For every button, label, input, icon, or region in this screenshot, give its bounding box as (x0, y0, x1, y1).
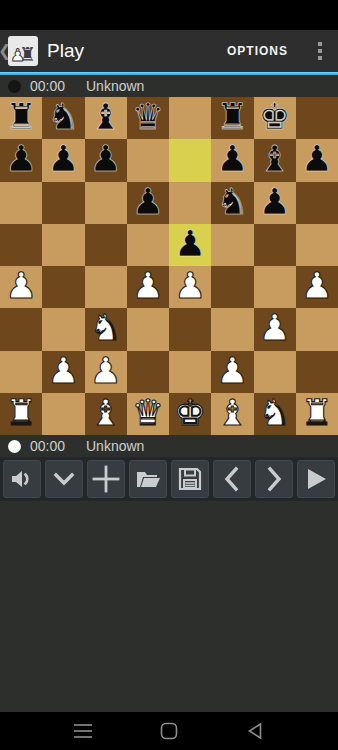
options-button[interactable]: OPTIONS (227, 44, 288, 58)
white-player-name: Unknown (86, 438, 144, 454)
square-a1[interactable]: ♜ (0, 393, 42, 435)
black-pawn: ♟ (174, 226, 206, 262)
black-knight: ♞ (216, 184, 248, 220)
white-pawn: ♟ (258, 310, 290, 346)
sound-button[interactable] (3, 460, 41, 498)
square-a2[interactable] (0, 351, 42, 393)
action-bar: ❮ ♟ ♜ Play OPTIONS (0, 30, 338, 72)
black-pawn: ♟ (47, 141, 79, 177)
square-h7[interactable]: ♟ (296, 139, 338, 181)
square-f8[interactable]: ♜ (211, 97, 253, 139)
white-rook: ♜ (5, 395, 37, 431)
white-knight: ♞ (89, 310, 121, 346)
square-c5[interactable] (85, 224, 127, 266)
square-a3[interactable] (0, 308, 42, 350)
square-g2[interactable] (254, 351, 296, 393)
white-player-dot (8, 440, 21, 453)
white-pawn: ♟ (301, 268, 333, 304)
black-pawn: ♟ (216, 141, 248, 177)
folder-open-icon (134, 465, 162, 493)
square-f5[interactable] (211, 224, 253, 266)
square-d6[interactable]: ♟ (127, 182, 169, 224)
menu-button[interactable] (71, 719, 95, 743)
chess-app-icon: ♟ ♜ (8, 36, 38, 66)
play-button[interactable] (297, 460, 335, 498)
square-f3[interactable] (211, 308, 253, 350)
black-player-dot (8, 80, 21, 93)
square-g7[interactable]: ♝ (254, 139, 296, 181)
square-a8[interactable]: ♜ (0, 97, 42, 139)
square-b7[interactable]: ♟ (42, 139, 84, 181)
square-c7[interactable]: ♟ (85, 139, 127, 181)
white-knight: ♞ (258, 395, 290, 431)
white-player-row: 00:00 Unknown (0, 435, 338, 457)
previous-move-button[interactable] (213, 460, 251, 498)
white-bishop: ♝ (89, 395, 121, 431)
square-b3[interactable] (42, 308, 84, 350)
square-e8[interactable] (169, 97, 211, 139)
white-pawn: ♟ (5, 268, 37, 304)
play-icon (303, 466, 329, 492)
square-f4[interactable] (211, 266, 253, 308)
square-g5[interactable] (254, 224, 296, 266)
square-c8[interactable]: ♝ (85, 97, 127, 139)
square-d8[interactable]: ♛ (127, 97, 169, 139)
back-button[interactable] (243, 719, 267, 743)
square-g8[interactable]: ♚ (254, 97, 296, 139)
square-f7[interactable]: ♟ (211, 139, 253, 181)
white-bishop: ♝ (216, 395, 248, 431)
home-button[interactable] (157, 719, 181, 743)
square-d1[interactable]: ♛ (127, 393, 169, 435)
open-button[interactable] (129, 460, 167, 498)
square-a7[interactable]: ♟ (0, 139, 42, 181)
white-pawn: ♟ (89, 353, 121, 389)
square-f2[interactable]: ♟ (211, 351, 253, 393)
phone-screen: ❮ ♟ ♜ Play OPTIONS 00:00 Unknown ♜♞♝♛♜♚♟… (0, 0, 338, 750)
square-h6[interactable] (296, 182, 338, 224)
empty-area (0, 501, 338, 712)
next-move-button[interactable] (255, 460, 293, 498)
white-pawn: ♟ (47, 353, 79, 389)
square-g3[interactable]: ♟ (254, 308, 296, 350)
square-g6[interactable]: ♟ (254, 182, 296, 224)
white-queen: ♛ (132, 395, 164, 431)
square-h3[interactable] (296, 308, 338, 350)
white-rook: ♜ (301, 395, 333, 431)
save-button[interactable] (171, 460, 209, 498)
toolbar (0, 457, 338, 501)
page-title: Play (47, 40, 227, 62)
white-clock: 00:00 (30, 438, 72, 454)
square-h8[interactable] (296, 97, 338, 139)
menu-icon (72, 723, 94, 739)
chess-board: ♜♞♝♛♜♚♟♟♟♟♝♟♟♞♟♟♟♟♟♟♞♟♟♟♟♜♝♛♚♝♞♜ (0, 97, 338, 435)
square-e3[interactable] (169, 308, 211, 350)
square-e2[interactable] (169, 351, 211, 393)
save-icon (177, 466, 203, 492)
white-pawn: ♟ (216, 353, 248, 389)
square-h1[interactable]: ♜ (296, 393, 338, 435)
square-e1[interactable]: ♚ (169, 393, 211, 435)
black-pawn: ♟ (301, 141, 333, 177)
black-rook: ♜ (5, 99, 37, 135)
square-h5[interactable] (296, 224, 338, 266)
black-bishop: ♝ (89, 99, 121, 135)
square-b6[interactable] (42, 182, 84, 224)
black-player-row: 00:00 Unknown (0, 75, 338, 97)
plus-icon (92, 465, 120, 493)
square-f6[interactable]: ♞ (211, 182, 253, 224)
black-rook-icon: ♜ (19, 45, 36, 64)
square-d2[interactable] (127, 351, 169, 393)
square-f1[interactable]: ♝ (211, 393, 253, 435)
square-c6[interactable] (85, 182, 127, 224)
square-c1[interactable]: ♝ (85, 393, 127, 435)
back-icon (245, 722, 265, 740)
square-a5[interactable] (0, 224, 42, 266)
chevron-down-icon (51, 466, 77, 492)
square-e7[interactable] (169, 139, 211, 181)
new-game-button[interactable] (87, 460, 125, 498)
square-c4[interactable] (85, 266, 127, 308)
square-b5[interactable] (42, 224, 84, 266)
square-b8[interactable]: ♞ (42, 97, 84, 139)
overflow-menu-icon[interactable] (314, 38, 326, 64)
square-c3[interactable]: ♞ (85, 308, 127, 350)
square-g1[interactable]: ♞ (254, 393, 296, 435)
collapse-button[interactable] (45, 460, 83, 498)
white-king: ♚ (174, 395, 206, 431)
square-e6[interactable] (169, 182, 211, 224)
home-icon (159, 721, 179, 741)
android-nav-bar (0, 712, 338, 750)
status-bar (0, 0, 338, 30)
square-e5[interactable]: ♟ (169, 224, 211, 266)
black-pawn: ♟ (258, 184, 290, 220)
black-knight: ♞ (47, 99, 79, 135)
black-king: ♚ (258, 99, 290, 135)
square-g4[interactable] (254, 266, 296, 308)
square-b2[interactable]: ♟ (42, 351, 84, 393)
back-chevron-icon[interactable]: ❮ (0, 30, 6, 72)
black-pawn: ♟ (132, 184, 164, 220)
square-d3[interactable] (127, 308, 169, 350)
white-pawn: ♟ (132, 268, 164, 304)
chevron-left-icon (219, 466, 245, 492)
white-pawn: ♟ (174, 268, 206, 304)
speaker-icon (9, 466, 35, 492)
black-bishop: ♝ (258, 141, 290, 177)
square-b1[interactable] (42, 393, 84, 435)
chevron-right-icon (261, 466, 287, 492)
black-pawn: ♟ (5, 141, 37, 177)
app-content: 00:00 Unknown ♜♞♝♛♜♚♟♟♟♟♝♟♟♞♟♟♟♟♟♟♞♟♟♟♟♜… (0, 75, 338, 712)
square-b4[interactable] (42, 266, 84, 308)
square-c2[interactable]: ♟ (85, 351, 127, 393)
square-d7[interactable] (127, 139, 169, 181)
square-d4[interactable]: ♟ (127, 266, 169, 308)
black-rook: ♜ (216, 99, 248, 135)
square-a6[interactable] (0, 182, 42, 224)
square-h2[interactable] (296, 351, 338, 393)
square-e4[interactable]: ♟ (169, 266, 211, 308)
black-queen: ♛ (132, 99, 164, 135)
square-d5[interactable] (127, 224, 169, 266)
square-a4[interactable]: ♟ (0, 266, 42, 308)
black-pawn: ♟ (89, 141, 121, 177)
square-h4[interactable]: ♟ (296, 266, 338, 308)
black-clock: 00:00 (30, 78, 72, 94)
black-player-name: Unknown (86, 78, 144, 94)
